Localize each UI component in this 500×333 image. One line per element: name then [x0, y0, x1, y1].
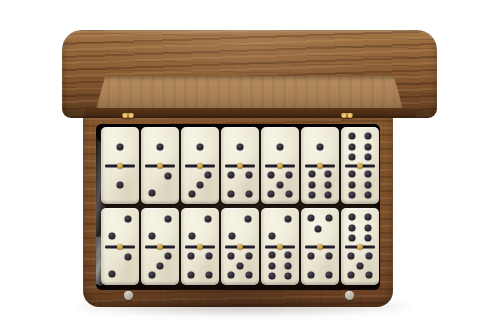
pip: [268, 251, 275, 258]
pip: [365, 271, 372, 278]
pip: [348, 213, 355, 220]
pip: [205, 271, 212, 278]
pip: [315, 225, 322, 232]
domino-2-6: [261, 208, 299, 285]
pip: [157, 262, 164, 269]
pip: [268, 190, 275, 197]
domino-half-2: [141, 166, 179, 203]
box-base: [83, 111, 393, 307]
domino-2-4: [181, 208, 219, 285]
pip: [245, 253, 252, 260]
domino-half-2: [181, 209, 219, 246]
domino-half-1: [141, 128, 179, 165]
pip: [308, 271, 315, 278]
pip: [205, 253, 212, 260]
pip: [117, 181, 124, 188]
domino-1-3: [181, 127, 219, 204]
pip: [348, 271, 355, 278]
domino-1-2: [141, 127, 179, 204]
domino-half-6: [261, 247, 299, 284]
domino-half-2: [141, 209, 179, 246]
domino-1-4: [221, 127, 259, 204]
pip: [245, 271, 252, 278]
pip: [348, 143, 355, 150]
domino-1-6: [301, 127, 339, 204]
pip: [228, 271, 235, 278]
domino-half-2: [101, 247, 139, 284]
pip: [285, 172, 292, 179]
pip: [308, 192, 315, 199]
pip: [285, 262, 292, 269]
pip: [188, 233, 195, 240]
pip: [268, 172, 275, 179]
pip: [365, 192, 372, 199]
domino-half-4: [301, 247, 339, 284]
pip: [245, 190, 252, 197]
domino-2-3: [141, 208, 179, 285]
domino-half-4: [221, 166, 259, 203]
pip: [308, 170, 315, 177]
lid-underside: [96, 76, 403, 109]
pip: [205, 171, 212, 178]
pip: [308, 253, 315, 260]
pip: [228, 190, 235, 197]
domino-half-2: [101, 209, 139, 246]
pip: [348, 132, 355, 139]
domino-half-2: [261, 209, 299, 246]
pip: [165, 215, 172, 222]
pip: [237, 262, 244, 269]
domino-6-5: [341, 208, 379, 285]
pip: [325, 181, 332, 188]
domino-half-5: [221, 247, 259, 284]
pip: [157, 143, 164, 150]
pip: [268, 273, 275, 280]
domino-half-3: [141, 247, 179, 284]
pip: [308, 181, 315, 188]
pip: [317, 143, 324, 150]
pip: [188, 191, 195, 198]
domino-half-5: [341, 247, 379, 284]
pip: [357, 262, 364, 269]
hinge-pin-icon: [341, 113, 353, 118]
pip: [197, 181, 204, 188]
box-lid: [62, 30, 437, 118]
pip: [228, 253, 235, 260]
domino-half-1: [301, 128, 339, 165]
pip: [205, 215, 212, 222]
pip: [365, 170, 372, 177]
domino-rows: [101, 127, 379, 285]
pip: [348, 235, 355, 242]
domino-half-3: [181, 166, 219, 203]
pip: [277, 181, 284, 188]
domino-half-6: [341, 128, 379, 165]
domino-half-1: [101, 128, 139, 165]
domino-3-4: [301, 208, 339, 285]
pip: [237, 143, 244, 150]
pip: [325, 170, 332, 177]
pip: [125, 215, 132, 222]
pip: [348, 170, 355, 177]
domino-tray: [96, 124, 380, 290]
pip: [228, 233, 235, 240]
pip: [285, 190, 292, 197]
pip: [148, 272, 155, 279]
pip: [348, 192, 355, 199]
domino-half-1: [261, 128, 299, 165]
pip: [348, 154, 355, 161]
pip: [165, 172, 172, 179]
pip: [245, 215, 252, 222]
pip: [165, 252, 172, 259]
pip: [245, 172, 252, 179]
pip: [365, 253, 372, 260]
domino-half-1: [181, 128, 219, 165]
pip: [277, 143, 284, 150]
pip: [108, 271, 115, 278]
domino-row-bottom: [101, 208, 379, 285]
domino-1-5: [261, 127, 299, 204]
pip: [325, 271, 332, 278]
pip: [365, 181, 372, 188]
domino-1-1: [101, 127, 139, 204]
pip: [197, 143, 204, 150]
pip: [117, 143, 124, 150]
pip: [285, 215, 292, 222]
domino-half-6: [341, 209, 379, 246]
pip: [188, 253, 195, 260]
domino-row-top: [101, 127, 379, 204]
domino-6-6: [341, 127, 379, 204]
magnet-dot-icon: [345, 291, 354, 300]
pip: [365, 132, 372, 139]
pip: [325, 192, 332, 199]
pip: [348, 181, 355, 188]
domino-half-3_triangle: [301, 209, 339, 246]
pip: [365, 235, 372, 242]
pip: [308, 214, 315, 221]
pip: [148, 233, 155, 240]
domino-half-1: [221, 128, 259, 165]
pip: [148, 190, 155, 197]
pip: [348, 253, 355, 260]
pip: [325, 214, 332, 221]
magnet-dot-icon: [124, 291, 133, 300]
domino-half-4: [181, 247, 219, 284]
pip: [365, 154, 372, 161]
pip: [228, 172, 235, 179]
pip: [125, 253, 132, 260]
pip: [285, 251, 292, 258]
pip: [188, 271, 195, 278]
domino-2-5: [221, 208, 259, 285]
pip: [325, 253, 332, 260]
domino-half-6: [341, 166, 379, 203]
domino-half-2: [221, 209, 259, 246]
domino-half-6: [301, 166, 339, 203]
domino-2-2: [101, 208, 139, 285]
pip: [268, 233, 275, 240]
domino-half-5: [261, 166, 299, 203]
domino-half-1: [101, 166, 139, 203]
pip: [268, 262, 275, 269]
pip: [365, 213, 372, 220]
pip: [348, 224, 355, 231]
pip: [365, 224, 372, 231]
pip: [285, 273, 292, 280]
domino-box-photo: [0, 0, 500, 333]
pip: [365, 143, 372, 150]
hinge-pin-icon: [122, 113, 134, 118]
pip: [108, 233, 115, 240]
